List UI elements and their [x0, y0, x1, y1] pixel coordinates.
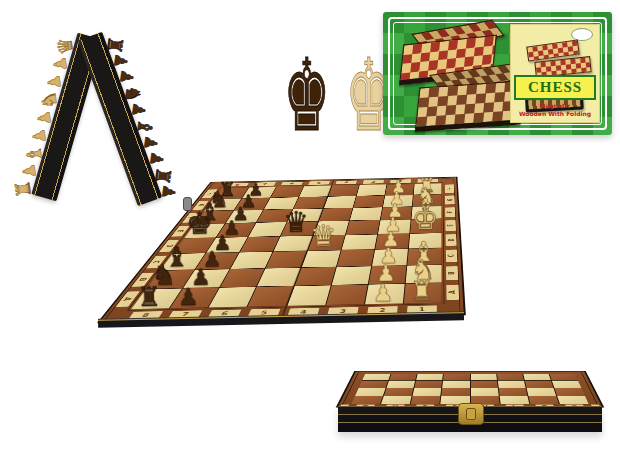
closed-board-square [443, 374, 469, 381]
square-d3[interactable] [341, 234, 377, 250]
page-background: ♛♟♟♞♟♟♝♟♜♜♟♟♞♟♝♟♟♜♟ ♚ ♚ CHESS Magnetic W… [0, 0, 620, 465]
closed-board-square [523, 374, 551, 381]
coordinate-label: 6 [289, 182, 295, 185]
square-a2[interactable]: ♟ [365, 284, 405, 304]
closed-board-top: HGFEDCBA [338, 372, 602, 407]
square-c3[interactable] [337, 250, 374, 267]
box-side-panel: CHESS Magnetic Wooden With Folding [510, 24, 600, 123]
coordinate-label: G [446, 199, 453, 201]
piece-white-pawn-a2[interactable]: ♟ [373, 281, 394, 305]
closed-board-square [416, 374, 443, 381]
piece-black-king-e8[interactable]: ♚ [186, 208, 213, 238]
closed-board-square [384, 388, 414, 396]
closed-board-square [498, 388, 527, 396]
coordinate-label: 4 [344, 181, 349, 184]
square-d4[interactable]: ♛ [308, 235, 345, 251]
main-board: ♜♟♟♜♞♟♟♞♝♟♟♝♚♟♛♟♚♟♛♟♝♟♟♝♞♟♟♞♜♟♟♜ 8765432… [100, 177, 464, 321]
square-a1[interactable]: ♜ [404, 283, 442, 303]
closed-board-square [552, 381, 582, 388]
coordinate-label: A [122, 297, 134, 301]
square-b6[interactable] [220, 268, 265, 287]
square-c4[interactable] [301, 250, 340, 267]
chess-title-band: CHESS [514, 75, 596, 100]
closed-board-square [470, 381, 497, 388]
piece-black-rook-a8[interactable]: ♜ [137, 283, 161, 310]
closed-board-square [442, 388, 470, 396]
closed-board-square [470, 388, 498, 396]
square-e3[interactable] [346, 220, 380, 234]
coordinate-label: B [447, 271, 456, 274]
piece-black-pawn-a7[interactable]: ♟ [177, 285, 198, 309]
piece-white-king-e1[interactable]: ♚ [412, 204, 439, 234]
closed-board: HGFEDCBA [336, 345, 604, 437]
main-board-scene: ♜♟♟♜♞♟♟♞♝♟♟♝♚♟♛♟♚♟♛♟♝♟♟♝♞♟♟♞♜♟♟♜ 8765432… [92, 0, 464, 322]
coordinate-label: A [448, 290, 458, 294]
closed-board-square [413, 388, 442, 396]
coordinate-label: E [447, 224, 455, 226]
piece-black-queen-e5[interactable]: ♛ [283, 208, 309, 237]
closed-board-square [381, 396, 412, 404]
closed-board-square [549, 374, 578, 381]
brass-clasp-icon [458, 403, 484, 425]
closed-board-square [498, 381, 526, 388]
square-e1[interactable]: ♚ [410, 219, 441, 233]
box-subtitle-line1: Magnetic [514, 102, 596, 110]
closed-board-square [497, 374, 524, 381]
closed-board-grid [351, 374, 588, 405]
box-subtitle: Magnetic Wooden With Folding [514, 102, 596, 120]
square-a3[interactable] [326, 285, 368, 306]
board-right-file-labels: HGFEDCBA [443, 183, 461, 303]
square-c5[interactable] [266, 251, 307, 268]
box-subtitle-line2: Wooden With Folding [514, 110, 596, 118]
closed-board-square [525, 381, 554, 388]
closed-board-square [351, 396, 383, 404]
main-board-grid: ♜♟♟♜♞♟♟♞♝♟♟♝♚♟♛♟♚♟♛♟♝♟♟♝♞♟♟♞♜♟♟♜ [131, 183, 442, 309]
coordinate-label: D [447, 238, 455, 241]
coordinate-label: 3 [371, 180, 376, 183]
square-b4[interactable] [294, 267, 335, 286]
closed-board-square [443, 381, 470, 388]
piece-white-queen-d4[interactable]: ♛ [310, 221, 337, 251]
closed-board-square [389, 374, 417, 381]
square-f3[interactable] [350, 207, 382, 220]
closed-board-square [359, 381, 389, 388]
closed-board-square [470, 374, 496, 381]
coordinate-label: E [176, 230, 186, 232]
closed-board-square [554, 388, 585, 396]
coordinate-label: 5 [316, 182, 321, 185]
closed-board-front-side [338, 406, 602, 432]
square-h3[interactable] [356, 185, 386, 196]
coordinate-label: F [446, 211, 454, 213]
piece-white-rook-a1[interactable]: ♜ [410, 278, 434, 305]
square-g4[interactable] [323, 196, 355, 208]
closed-board-square [415, 381, 443, 388]
board-clasp-hook [183, 197, 192, 211]
square-g3[interactable] [353, 196, 384, 208]
closed-board-square [411, 396, 441, 404]
closed-board-square [499, 396, 529, 404]
closed-board-square [526, 388, 556, 396]
closed-board-square [362, 374, 391, 381]
closed-board-square [557, 396, 589, 404]
closed-board-square [387, 381, 416, 388]
square-h4[interactable] [328, 185, 359, 196]
coordinate-label: C [447, 254, 456, 257]
closed-board-square [355, 388, 386, 396]
coordinate-label: H [446, 187, 453, 189]
box-title: CHESS [528, 79, 582, 96]
closed-board-square [528, 396, 559, 404]
square-b3[interactable] [331, 266, 370, 285]
